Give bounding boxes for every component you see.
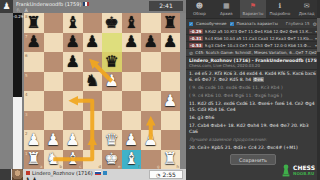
tab-архив[interactable]: ▦Архив xyxy=(213,0,240,18)
square-h7[interactable]: ♟ xyxy=(161,33,181,53)
square-d5[interactable]: ♞ xyxy=(83,72,103,92)
rank-label: 6 xyxy=(25,53,28,58)
analysis-options-row: ✓ Самообучение ✓ Показать варианты Глуби… xyxy=(186,19,320,28)
square-b3[interactable] xyxy=(44,111,64,131)
square-h1[interactable]: h♜ xyxy=(161,150,181,170)
square-f7[interactable]: ♟ xyxy=(122,33,142,53)
square-e2[interactable]: ♛ xyxy=(102,130,122,150)
file-label: f xyxy=(139,164,140,169)
square-f4[interactable] xyxy=(122,91,142,111)
square-h4[interactable]: ♟ xyxy=(161,91,181,111)
square-c5[interactable] xyxy=(63,72,83,92)
square-e5[interactable]: ♟ xyxy=(102,72,122,92)
square-h8[interactable]: ♜ xyxy=(161,13,181,33)
panel-tab-bar: ☻Обзор▦Архив⚑ВариантыℹПодробно✉Доклад xyxy=(186,0,320,19)
square-g8[interactable] xyxy=(141,13,161,33)
square-a5[interactable]: 5 xyxy=(24,72,44,92)
square-d3[interactable] xyxy=(83,111,103,131)
move-list[interactable]: 1. e4 e5 2. Кf3 Кc6 3. d4 exd4 4. Кxd4 К… xyxy=(186,70,320,151)
analysis-line-2[interactable]: ( 9. c4 Кb6 10. Фe4 Фg6 11. Фxg6 hxg6 ) xyxy=(189,93,317,99)
white-pawn-f2[interactable]: ♟ xyxy=(122,130,142,150)
square-a8[interactable]: 8♜ xyxy=(24,13,44,33)
square-f1[interactable]: f♝ xyxy=(122,150,142,170)
analysis-line-3[interactable]: 11. Кd2 d5 12. exd6 Сxd6 13. Фxe6+ fxe6 … xyxy=(189,101,317,113)
square-f5[interactable] xyxy=(122,72,142,92)
app-pawn-icon[interactable]: ♟ xyxy=(0,0,13,13)
square-b2[interactable]: ♟ xyxy=(44,130,64,150)
square-f6[interactable] xyxy=(122,52,142,72)
analysis-line-7[interactable]: 20. Сe3+ Крb5 21. Фd3+ Сc4 22. Фxc4# (+M… xyxy=(189,145,317,151)
square-b1[interactable]: b♞ xyxy=(44,150,64,170)
rank-label: 7 xyxy=(25,34,28,39)
square-h3[interactable] xyxy=(161,111,181,131)
file-label: e xyxy=(118,164,120,169)
black-pawn-c6[interactable]: ♟ xyxy=(63,52,83,72)
square-b8[interactable] xyxy=(44,13,64,33)
white-pawn-b2[interactable]: ♟ xyxy=(44,130,64,150)
white-pawn-e5[interactable]: ♟ xyxy=(102,72,122,92)
square-h2[interactable] xyxy=(161,130,181,150)
rank-label: 2 xyxy=(25,131,28,136)
russia-flag-icon xyxy=(95,171,101,175)
black-rook-h8[interactable]: ♜ xyxy=(161,13,181,33)
tab-label: Варианты xyxy=(240,11,267,16)
black-pawn-f7[interactable]: ♟ xyxy=(122,33,142,53)
engine-line-3[interactable]: -0.539.g3 Сb4+ 10.c3 Сe7 11.Сh3 Фe7 12.0… xyxy=(186,42,320,49)
tab-label: Подробно xyxy=(266,11,293,16)
square-c6[interactable]: ♟ xyxy=(63,52,83,72)
tab-icon-1: ▦ xyxy=(213,2,240,11)
analysis-line-6[interactable]: Лучшее взаимное продолжение: xyxy=(189,137,317,143)
bottom-player-clock: ◔2:55 xyxy=(149,170,183,179)
main-line-moves[interactable]: 1. e4 e5 2. Кf3 Кc6 3. d4 exd4 4. Кxd4 К… xyxy=(189,71,317,83)
opening-book-icon: ⊘ xyxy=(189,50,193,56)
engine-line-moves[interactable]: 9.Кd2 a5 10.Кf3 Фe7 11.Фe4 Кb6 12.Фe2 Фe… xyxy=(205,29,313,34)
rank-label: 4 xyxy=(25,92,28,97)
engine-line-2[interactable]: -0.319.c4 Кb6 10.b3 a5 11.Сa3 Сxa3 12.Кx… xyxy=(186,35,320,42)
engine-line-moves[interactable]: 9.c4 Кb6 10.b3 a5 11.Сa3 Сxa3 12.Кxa3 Фe… xyxy=(205,36,313,41)
square-g7[interactable]: ♟ xyxy=(141,33,161,53)
self-learning-label: Самообучение xyxy=(196,21,227,26)
square-a3[interactable]: 3 xyxy=(24,111,44,131)
tab-label: Архив xyxy=(213,11,240,16)
square-a4[interactable]: 4 xyxy=(24,91,44,111)
evaluation-bar-black-section xyxy=(13,13,22,97)
square-d6[interactable] xyxy=(83,52,103,72)
engine-lines: -0.299.Кd2 a5 10.Кf3 Фe7 11.Фe4 Кb6 12.Ф… xyxy=(186,28,320,49)
tab-icon-3: ℹ xyxy=(266,2,293,11)
square-f2[interactable]: ♟ xyxy=(122,130,142,150)
show-variants-checkbox[interactable]: ✓ xyxy=(230,22,234,26)
tab-подробно[interactable]: ℹПодробно xyxy=(266,0,293,18)
tab-label: Обзор xyxy=(186,11,213,16)
square-d7[interactable]: ♟ xyxy=(83,33,103,53)
square-d4[interactable] xyxy=(83,91,103,111)
green-pawn-icon xyxy=(281,164,291,177)
rank-label: 5 xyxy=(25,73,28,78)
square-a2[interactable]: 2♟ xyxy=(24,130,44,150)
chess-analysis-app: ♟ FrankUnderwoodfb (1759) ♘ ♙ 2:41 -0.29… xyxy=(0,0,320,180)
member-badge-icon xyxy=(103,171,107,175)
file-label: c xyxy=(79,164,81,169)
engine-eval-badge: -0.29 xyxy=(189,29,203,34)
current-move[interactable]: Фe6 xyxy=(253,77,265,82)
engine-line-1[interactable]: -0.299.Кd2 a5 10.Кf3 Фe7 11.Фe4 Кb6 12.Ф… xyxy=(186,28,320,35)
clock-icon: ◔ xyxy=(156,172,160,178)
square-d2[interactable] xyxy=(83,130,103,150)
square-b4[interactable] xyxy=(44,91,64,111)
tab-icon-2: ⚑ xyxy=(240,2,267,11)
square-f3[interactable] xyxy=(122,111,142,131)
square-e7[interactable] xyxy=(102,33,122,53)
square-g2[interactable]: ♟ xyxy=(141,130,161,150)
square-a6[interactable]: 6 xyxy=(24,52,44,72)
self-learning-checkbox[interactable]: ✓ xyxy=(189,22,193,26)
opening-name: C45: Scotch Game: Schmidt, Mieses Variat… xyxy=(195,50,320,55)
square-c7[interactable]: ♟ xyxy=(63,33,83,53)
square-b5[interactable] xyxy=(44,72,64,92)
engine-depth-label: Глубина 15 xyxy=(286,21,310,26)
black-bishop-c8[interactable]: ♝ xyxy=(63,13,83,33)
evaluation-value: -0.29 xyxy=(13,14,22,19)
square-d1[interactable]: d xyxy=(83,150,103,170)
chess-board[interactable]: 8♜♝♚♝♜7♟♟♟♟♟♟6♟♛5♞♟4♟32♟♟♟♛♟♟1a♜b♞c♝de♚f… xyxy=(24,13,180,169)
rank-label: 1 xyxy=(25,151,28,156)
square-g6[interactable] xyxy=(141,52,161,72)
file-label: a xyxy=(40,164,42,169)
analysis-line-4[interactable]: 16. g3 Фh6 xyxy=(189,115,317,121)
show-variants-label: Показать варианты xyxy=(237,21,278,26)
engine-line-moves[interactable]: 9.g3 Сb4+ 10.c3 Сe7 11.Сh3 Фe7 12.0-0 Кb… xyxy=(205,43,313,48)
black-pawn-g7[interactable]: ♟ xyxy=(141,33,161,53)
white-queen-e2[interactable]: ♛ xyxy=(102,130,122,150)
analysis-line-1[interactable]: ( 9. d6 cxd6 10. exd6 Фxd6 11. Кc3 Кb4 ) xyxy=(189,85,317,91)
file-label: g xyxy=(157,164,160,169)
square-e8[interactable]: ♚ xyxy=(102,13,122,33)
black-pawn-c7[interactable]: ♟ xyxy=(63,33,83,53)
square-g5[interactable] xyxy=(141,72,161,92)
black-queen-e6[interactable]: ♛ xyxy=(102,52,122,72)
file-label: b xyxy=(59,164,62,169)
tab-обзор[interactable]: ☻Обзор xyxy=(186,0,213,18)
square-a7[interactable]: 7♟ xyxy=(24,33,44,53)
chessnoob-logo: CHESS NOOB.RU xyxy=(281,164,315,177)
rank-label: 8 xyxy=(25,14,28,19)
tab-доклад[interactable]: ✉Доклад xyxy=(293,0,320,18)
engine-eval-badge: -0.31 xyxy=(189,36,203,41)
black-pawn-d7[interactable]: ♟ xyxy=(83,33,103,53)
square-c2[interactable]: ♟ xyxy=(63,130,83,150)
tab-icon-4: ✉ xyxy=(293,2,320,11)
game-event-date: Chess.com, Live Chess, 2020.03.20 xyxy=(189,63,317,68)
black-king-e8[interactable]: ♚ xyxy=(102,13,122,33)
square-f8[interactable]: ♝ xyxy=(122,13,142,33)
save-button[interactable]: Сохранить xyxy=(230,154,276,165)
top-player-clock: 2:41 xyxy=(149,1,183,11)
square-h5[interactable] xyxy=(161,72,181,92)
bottom-clock-time: 2:55 xyxy=(162,171,175,178)
square-e6[interactable]: ♛ xyxy=(102,52,122,72)
opening-name-row[interactable]: ⊘ C45: Scotch Game: Schmidt, Mieses Vari… xyxy=(186,49,320,57)
engine-eval-badge: -0.53 xyxy=(189,43,203,48)
square-g3[interactable] xyxy=(141,111,161,131)
rank-label: 3 xyxy=(25,112,28,117)
evaluation-bar: -0.29 xyxy=(13,13,22,169)
tab-icon-0: ☻ xyxy=(186,2,213,11)
square-e1[interactable]: e♚ xyxy=(102,150,122,170)
square-g1[interactable]: g xyxy=(141,150,161,170)
square-c1[interactable]: c♝ xyxy=(63,150,83,170)
bottom-left-icon[interactable] xyxy=(0,169,11,180)
game-header: Lindero_Rozhnov (1716) - FrankUnderwoodf… xyxy=(186,57,320,70)
tab-label: Доклад xyxy=(293,11,320,16)
tab-варианты[interactable]: ⚑Варианты xyxy=(240,0,267,18)
black-bishop-f8[interactable]: ♝ xyxy=(122,13,142,33)
bottom-captured-pieces: ♞ ♟ xyxy=(26,176,37,180)
bottom-player-bar: Lindero_Rozhnov (1716) ♞ ♟ ◔2:55 xyxy=(0,169,186,180)
top-player-flag-icon xyxy=(83,2,89,6)
analysis-line-5[interactable]: 17. Сxb4 Фxb4+ 18. Кd2 Фxh4 19. Фe4 Фe7 … xyxy=(189,123,317,135)
square-c8[interactable]: ♝ xyxy=(63,13,83,33)
square-c4[interactable] xyxy=(63,91,83,111)
analysis-panel: ☻Обзор▦Архив⚑ВариантыℹПодробно✉Доклад ✓ … xyxy=(186,0,320,180)
square-e3[interactable] xyxy=(102,111,122,131)
square-d8[interactable] xyxy=(83,13,103,33)
bottom-player-name: Lindero_Rozhnov (1716) xyxy=(32,170,93,176)
black-knight-d5[interactable]: ♞ xyxy=(83,72,103,92)
logo-text-2: NOOB.RU xyxy=(293,171,315,176)
white-pawn-h4[interactable]: ♟ xyxy=(161,91,181,111)
square-b7[interactable] xyxy=(44,33,64,53)
file-label: d xyxy=(98,164,101,169)
top-player-bar: ♟ FrankUnderwoodfb (1759) ♘ ♙ 2:41 xyxy=(0,0,186,13)
square-c3[interactable] xyxy=(63,111,83,131)
square-h6[interactable] xyxy=(161,52,181,72)
square-b6[interactable] xyxy=(44,52,64,72)
black-pawn-h7[interactable]: ♟ xyxy=(161,33,181,53)
bottom-player-avatar[interactable] xyxy=(12,169,23,180)
title-badge-icon xyxy=(26,171,30,175)
white-pawn-g2[interactable]: ♟ xyxy=(141,130,161,150)
square-g4[interactable] xyxy=(141,91,161,111)
square-e4[interactable] xyxy=(102,91,122,111)
white-pawn-c2[interactable]: ♟ xyxy=(63,130,83,150)
file-label: h xyxy=(176,164,179,169)
square-a1[interactable]: 1a♜ xyxy=(24,150,44,170)
